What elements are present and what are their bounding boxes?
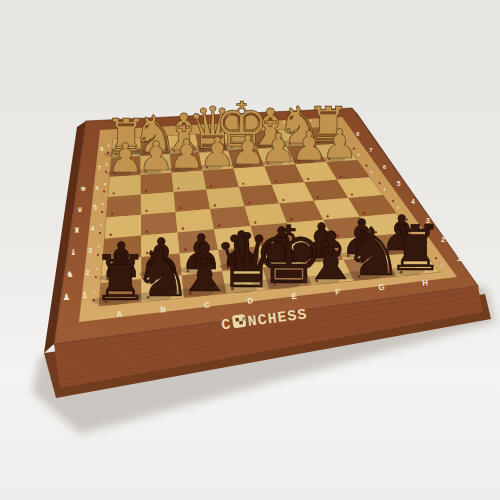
left-border-pawn-symbol: ♟: [62, 292, 70, 302]
white-pawn-h7: ♟: [322, 121, 358, 168]
logo-checker-o-icon: [232, 314, 247, 329]
border-dot: [383, 189, 385, 191]
square-led-dot: [275, 180, 277, 182]
square-led-dot: [111, 213, 113, 215]
left-border-rank-7: 7: [98, 165, 101, 171]
border-dot: [102, 203, 104, 205]
conchess-board-photo: ABCDEFGH♟1♞2♝3♜4♛5♚67812345678 CNCHESS ♜…: [0, 0, 500, 500]
left-border-rank-8: 8: [100, 146, 103, 152]
right-border-rank-5: 5: [397, 180, 401, 187]
right-border-rank-1: 1: [457, 254, 462, 263]
left-border-bishop-symbol: ♝: [70, 248, 77, 257]
square-led-dot: [317, 196, 319, 198]
square-led-dot: [210, 185, 212, 187]
border-dot: [365, 165, 367, 167]
left-border-rank-5: 5: [93, 204, 97, 211]
border-dot: [357, 154, 359, 156]
border-dot: [101, 211, 103, 213]
border-dot: [379, 182, 381, 184]
square-led-dot: [282, 199, 284, 201]
square-led-dot: [113, 192, 115, 194]
right-border-rank-7: 7: [369, 147, 372, 153]
right-border-rank-4: 4: [411, 198, 415, 205]
left-border-rank-6: 6: [96, 184, 100, 191]
border-dot: [370, 171, 372, 173]
border-dot: [392, 200, 394, 202]
black-rook-h1: ♜: [387, 212, 443, 285]
left-border-rook-symbol: ♜: [73, 226, 80, 235]
border-dot: [103, 191, 105, 193]
square-led-dot: [180, 207, 182, 209]
logo-checker-cell: [235, 318, 239, 322]
left-border-rank-2: 2: [85, 268, 90, 277]
left-border-rank-1: 1: [82, 291, 87, 300]
square-led-dot: [248, 202, 250, 204]
square-led-dot: [307, 178, 309, 180]
square-led-dot: [177, 187, 179, 189]
left-border-rank-4: 4: [91, 225, 95, 232]
left-border-king-symbol: ♚: [80, 185, 86, 193]
border-dot: [104, 183, 106, 185]
left-border-queen-symbol: ♛: [77, 206, 83, 214]
square-led-dot: [145, 190, 147, 192]
square-c5: [174, 190, 211, 212]
border-dot: [100, 224, 102, 226]
photo-stage: ABCDEFGH♟1♞2♝3♜4♛5♚67812345678 CNCHESS ♜…: [0, 0, 500, 500]
left-border-knight-symbol: ♞: [66, 269, 74, 279]
square-led-dot: [145, 210, 147, 212]
square-led-dot: [214, 204, 216, 206]
square-led-dot: [339, 175, 341, 177]
logo-checker-cell: [242, 317, 245, 321]
square-led-dot: [242, 183, 244, 185]
square-led-dot: [351, 193, 353, 195]
square-d5: [206, 187, 244, 209]
logo-checker-cell: [239, 321, 243, 325]
